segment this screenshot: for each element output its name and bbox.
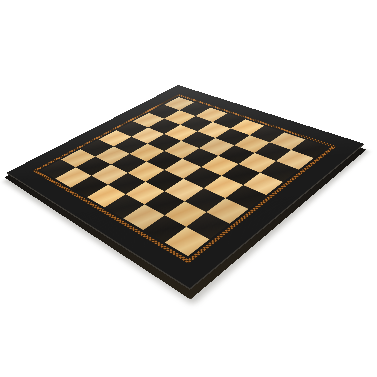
product-photo-stage — [0, 0, 377, 377]
chess-board — [6, 85, 365, 290]
